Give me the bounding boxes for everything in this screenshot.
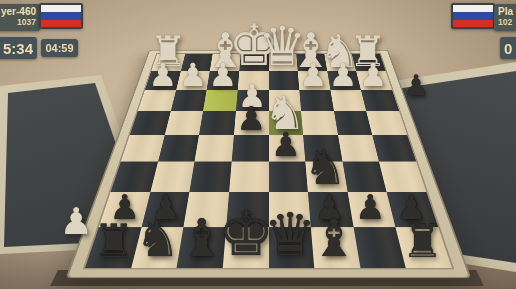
square-d6[interactable] bbox=[268, 161, 307, 192]
player-right-plate: Pla 102 bbox=[494, 4, 516, 31]
player-right-rating: 102 bbox=[498, 18, 516, 27]
piece-bB-c8[interactable]: ♝ bbox=[311, 212, 358, 264]
piece-wP-h2[interactable]: ♟ bbox=[149, 59, 178, 91]
piece-bP-b7[interactable]: ♟ bbox=[355, 190, 385, 224]
square-f5[interactable] bbox=[194, 134, 233, 161]
piece-wP-b2[interactable]: ♟ bbox=[329, 59, 358, 91]
square-h5[interactable] bbox=[120, 134, 164, 161]
square-e6[interactable] bbox=[229, 161, 268, 192]
square-b4[interactable] bbox=[333, 110, 372, 134]
square-c4[interactable] bbox=[301, 110, 338, 134]
captured-white-pawn: ♟ bbox=[59, 203, 92, 240]
piece-bP-d5[interactable]: ♟ bbox=[271, 128, 301, 161]
square-g4[interactable] bbox=[164, 110, 203, 134]
piece-bQ-d8[interactable]: ♛ bbox=[264, 205, 317, 264]
russia-flag-icon-right bbox=[451, 3, 495, 29]
square-a5[interactable] bbox=[372, 134, 416, 161]
square-g5[interactable] bbox=[157, 134, 198, 161]
piece-bN-g8[interactable]: ♞ bbox=[135, 214, 180, 264]
piece-bR-a8[interactable]: ♜ bbox=[402, 218, 443, 264]
square-f4[interactable] bbox=[199, 110, 236, 134]
captured-black-pawn: ♟ bbox=[403, 72, 428, 100]
chess-app-screen: ♜♝♚♛♝♞♜♟♟♟♟♟♟♟♟♞♟♞♟♟♟♟♟♜♞♝♚♛♝♜♟♟ yer-460… bbox=[0, 0, 516, 289]
player-left-clock-main: 5:34 bbox=[0, 37, 37, 59]
piece-wP-g2[interactable]: ♟ bbox=[179, 59, 208, 91]
russia-flag-icon-left bbox=[39, 3, 83, 29]
square-e5[interactable] bbox=[231, 134, 268, 161]
piece-bP-e4[interactable]: ♟ bbox=[236, 102, 266, 135]
square-h4[interactable] bbox=[129, 110, 170, 134]
square-f6[interactable] bbox=[189, 161, 231, 192]
player-right-clock-main: 0 bbox=[500, 37, 516, 59]
piece-bN-c6[interactable]: ♞ bbox=[304, 143, 347, 191]
piece-bR-h8[interactable]: ♜ bbox=[93, 218, 134, 264]
player-left-plate: yer-460 1037 bbox=[0, 4, 40, 31]
piece-wP-a2[interactable]: ♟ bbox=[359, 59, 388, 91]
square-a4[interactable] bbox=[366, 110, 407, 134]
piece-wP-f2[interactable]: ♟ bbox=[209, 59, 238, 91]
player-left-rating: 1037 bbox=[0, 18, 36, 27]
player-left-clock-secondary: 04:59 bbox=[41, 39, 78, 57]
